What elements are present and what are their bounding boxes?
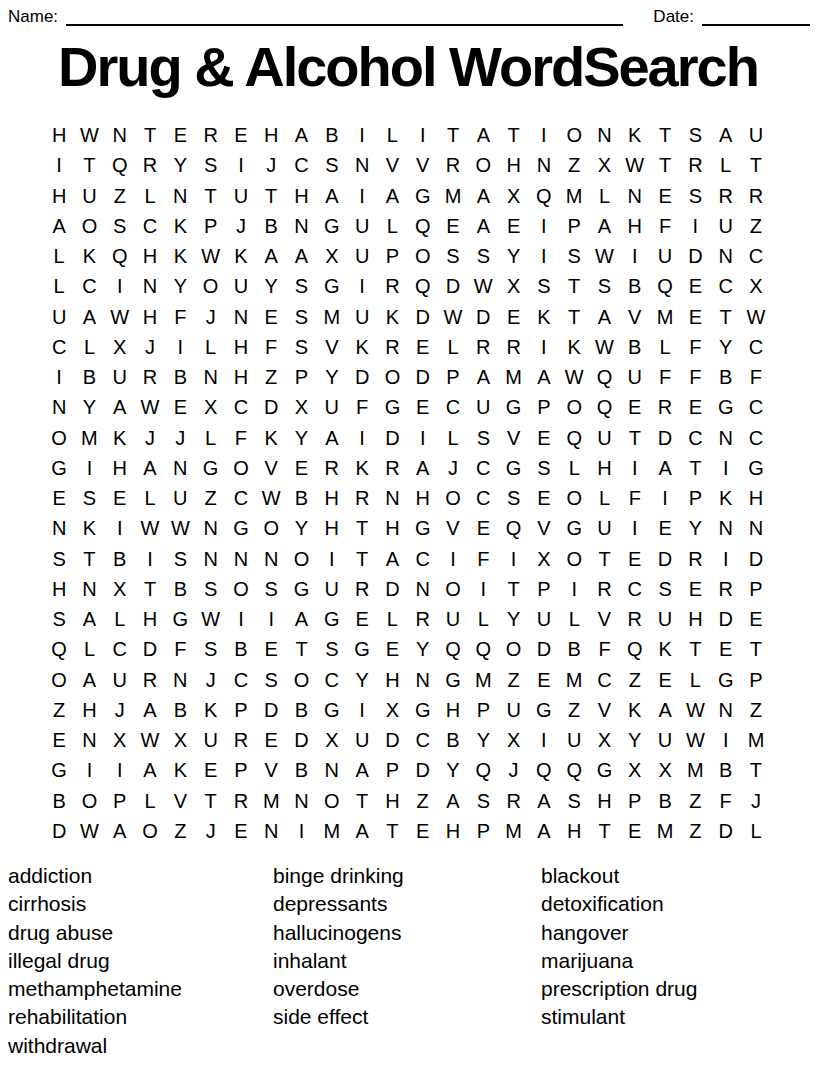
grid-cell[interactable]: U — [498, 695, 528, 725]
grid-cell[interactable]: I — [620, 513, 650, 543]
grid-cell[interactable]: T — [589, 816, 619, 846]
grid-cell[interactable]: B — [44, 786, 74, 816]
grid-cell[interactable]: B — [105, 544, 135, 574]
grid-cell[interactable]: W — [620, 150, 650, 180]
grid-cell[interactable]: U — [317, 392, 347, 422]
grid-cell[interactable]: U — [620, 362, 650, 392]
grid-cell[interactable]: X — [589, 150, 619, 180]
grid-cell[interactable]: H — [317, 483, 347, 513]
grid-cell[interactable]: T — [256, 181, 286, 211]
grid-cell[interactable]: I — [74, 755, 104, 785]
grid-cell[interactable]: Q — [620, 634, 650, 664]
grid-cell[interactable]: O — [74, 786, 104, 816]
grid-cell[interactable]: U — [347, 725, 377, 755]
grid-cell[interactable]: G — [741, 453, 771, 483]
grid-cell[interactable]: L — [195, 332, 225, 362]
grid-cell[interactable]: E — [377, 634, 407, 664]
grid-cell[interactable]: A — [74, 604, 104, 634]
grid-cell[interactable]: R — [347, 574, 377, 604]
grid-cell[interactable]: E — [256, 725, 286, 755]
grid-cell[interactable]: K — [165, 211, 195, 241]
grid-cell[interactable]: P — [226, 755, 256, 785]
grid-cell[interactable]: Y — [347, 665, 377, 695]
grid-cell[interactable]: U — [559, 725, 589, 755]
grid-cell[interactable]: O — [438, 483, 468, 513]
grid-cell[interactable]: H — [377, 786, 407, 816]
grid-cell[interactable]: O — [559, 120, 589, 150]
grid-cell[interactable]: T — [680, 453, 710, 483]
grid-cell[interactable]: S — [44, 604, 74, 634]
grid-cell[interactable]: N — [589, 120, 619, 150]
grid-cell[interactable]: N — [74, 725, 104, 755]
grid-cell[interactable]: L — [741, 816, 771, 846]
grid-cell[interactable]: W — [135, 513, 165, 543]
grid-cell[interactable]: W — [741, 302, 771, 332]
grid-cell[interactable]: Y — [74, 392, 104, 422]
grid-cell[interactable]: S — [286, 332, 316, 362]
grid-cell[interactable]: Y — [620, 725, 650, 755]
grid-cell[interactable]: W — [680, 695, 710, 725]
grid-cell[interactable]: V — [256, 453, 286, 483]
grid-cell[interactable]: J — [105, 695, 135, 725]
grid-cell[interactable]: H — [377, 665, 407, 695]
grid-cell[interactable]: S — [286, 302, 316, 332]
grid-cell[interactable]: I — [347, 181, 377, 211]
grid-cell[interactable]: S — [317, 150, 347, 180]
grid-cell[interactable]: Z — [256, 362, 286, 392]
grid-cell[interactable]: N — [256, 544, 286, 574]
grid-cell[interactable]: O — [498, 634, 528, 664]
grid-cell[interactable]: N — [135, 271, 165, 301]
grid-cell[interactable]: N — [226, 544, 256, 574]
grid-cell[interactable]: A — [468, 211, 498, 241]
grid-cell[interactable]: U — [741, 120, 771, 150]
grid-cell[interactable]: Q — [529, 755, 559, 785]
grid-cell[interactable]: F — [256, 332, 286, 362]
grid-cell[interactable]: L — [559, 453, 589, 483]
grid-cell[interactable]: H — [256, 120, 286, 150]
grid-cell[interactable]: U — [44, 302, 74, 332]
grid-cell[interactable]: R — [317, 453, 347, 483]
grid-cell[interactable]: H — [559, 816, 589, 846]
grid-cell[interactable]: C — [468, 453, 498, 483]
grid-cell[interactable]: Q — [408, 271, 438, 301]
grid-cell[interactable]: L — [559, 604, 589, 634]
grid-cell[interactable]: T — [377, 816, 407, 846]
grid-cell[interactable]: I — [105, 513, 135, 543]
grid-cell[interactable]: R — [650, 392, 680, 422]
grid-cell[interactable]: V — [165, 786, 195, 816]
grid-cell[interactable]: O — [44, 665, 74, 695]
grid-cell[interactable]: A — [317, 181, 347, 211]
grid-cell[interactable]: C — [468, 483, 498, 513]
grid-cell[interactable]: Y — [286, 513, 316, 543]
grid-cell[interactable]: Z — [741, 211, 771, 241]
grid-cell[interactable]: T — [498, 574, 528, 604]
grid-cell[interactable]: R — [498, 332, 528, 362]
grid-cell[interactable]: N — [377, 483, 407, 513]
grid-cell[interactable]: E — [195, 755, 225, 785]
grid-cell[interactable]: O — [468, 150, 498, 180]
grid-cell[interactable]: P — [529, 574, 559, 604]
grid-cell[interactable]: G — [317, 604, 347, 634]
grid-cell[interactable]: V — [498, 423, 528, 453]
grid-cell[interactable]: E — [529, 423, 559, 453]
grid-cell[interactable]: S — [74, 483, 104, 513]
grid-cell[interactable]: Y — [408, 634, 438, 664]
grid-cell[interactable]: U — [711, 211, 741, 241]
grid-cell[interactable]: G — [195, 453, 225, 483]
grid-cell[interactable]: N — [529, 150, 559, 180]
grid-cell[interactable]: I — [226, 150, 256, 180]
grid-cell[interactable]: B — [165, 362, 195, 392]
grid-cell[interactable]: A — [468, 181, 498, 211]
grid-cell[interactable]: B — [286, 483, 316, 513]
grid-cell[interactable]: X — [105, 725, 135, 755]
grid-cell[interactable]: J — [195, 665, 225, 695]
grid-cell[interactable]: H — [44, 181, 74, 211]
grid-cell[interactable]: I — [226, 604, 256, 634]
grid-cell[interactable]: J — [165, 423, 195, 453]
grid-cell[interactable]: C — [620, 574, 650, 604]
grid-cell[interactable]: G — [226, 513, 256, 543]
grid-cell[interactable]: E — [498, 302, 528, 332]
grid-cell[interactable]: X — [498, 181, 528, 211]
grid-cell[interactable]: E — [650, 665, 680, 695]
grid-cell[interactable]: B — [620, 271, 650, 301]
grid-cell[interactable]: B — [711, 755, 741, 785]
grid-cell[interactable]: E — [680, 392, 710, 422]
grid-cell[interactable]: I — [347, 271, 377, 301]
grid-cell[interactable]: J — [135, 423, 165, 453]
grid-cell[interactable]: S — [498, 483, 528, 513]
grid-cell[interactable]: U — [74, 181, 104, 211]
grid-cell[interactable]: N — [317, 755, 347, 785]
grid-cell[interactable]: T — [620, 423, 650, 453]
grid-cell[interactable]: B — [165, 695, 195, 725]
grid-cell[interactable]: X — [317, 241, 347, 271]
grid-cell[interactable]: K — [347, 453, 377, 483]
grid-cell[interactable]: S — [44, 544, 74, 574]
grid-cell[interactable]: I — [408, 423, 438, 453]
grid-cell[interactable]: A — [529, 786, 559, 816]
grid-cell[interactable]: U — [347, 211, 377, 241]
grid-cell[interactable]: E — [226, 120, 256, 150]
grid-cell[interactable]: C — [589, 665, 619, 695]
grid-cell[interactable]: C — [741, 332, 771, 362]
grid-cell[interactable]: L — [135, 181, 165, 211]
grid-cell[interactable]: W — [438, 302, 468, 332]
grid-cell[interactable]: E — [286, 453, 316, 483]
grid-cell[interactable]: A — [74, 302, 104, 332]
grid-cell[interactable]: P — [105, 786, 135, 816]
grid-cell[interactable]: W — [195, 604, 225, 634]
grid-cell[interactable]: I — [347, 120, 377, 150]
grid-cell[interactable]: J — [195, 302, 225, 332]
grid-cell[interactable]: E — [711, 634, 741, 664]
grid-cell[interactable]: T — [741, 755, 771, 785]
grid-cell[interactable]: Y — [711, 332, 741, 362]
grid-cell[interactable]: N — [620, 181, 650, 211]
grid-cell[interactable]: C — [711, 271, 741, 301]
grid-cell[interactable]: E — [680, 302, 710, 332]
grid-cell[interactable]: L — [377, 604, 407, 634]
grid-cell[interactable]: M — [559, 181, 589, 211]
grid-cell[interactable]: I — [650, 483, 680, 513]
grid-cell[interactable]: I — [256, 604, 286, 634]
grid-cell[interactable]: P — [286, 362, 316, 392]
grid-cell[interactable]: E — [468, 513, 498, 543]
grid-cell[interactable]: T — [135, 574, 165, 604]
grid-cell[interactable]: U — [650, 604, 680, 634]
grid-cell[interactable]: T — [650, 120, 680, 150]
grid-cell[interactable]: K — [256, 423, 286, 453]
grid-cell[interactable]: U — [226, 181, 256, 211]
grid-cell[interactable]: R — [589, 574, 619, 604]
grid-cell[interactable]: H — [226, 362, 256, 392]
grid-cell[interactable]: X — [529, 544, 559, 574]
grid-cell[interactable]: E — [44, 483, 74, 513]
grid-cell[interactable]: N — [711, 241, 741, 271]
grid-cell[interactable]: P — [468, 695, 498, 725]
grid-cell[interactable]: G — [377, 392, 407, 422]
grid-cell[interactable]: I — [680, 211, 710, 241]
grid-cell[interactable]: U — [529, 604, 559, 634]
grid-cell[interactable]: K — [711, 483, 741, 513]
grid-cell[interactable]: C — [741, 392, 771, 422]
grid-cell[interactable]: D — [711, 604, 741, 634]
grid-cell[interactable]: F — [650, 362, 680, 392]
grid-cell[interactable]: O — [559, 392, 589, 422]
grid-cell[interactable]: S — [195, 150, 225, 180]
grid-cell[interactable]: C — [74, 271, 104, 301]
grid-cell[interactable]: T — [741, 150, 771, 180]
grid-cell[interactable]: L — [135, 483, 165, 513]
grid-cell[interactable]: E — [408, 816, 438, 846]
grid-cell[interactable]: L — [680, 665, 710, 695]
grid-cell[interactable]: R — [226, 725, 256, 755]
grid-cell[interactable]: U — [589, 513, 619, 543]
grid-cell[interactable]: D — [438, 271, 468, 301]
grid-cell[interactable]: B — [226, 634, 256, 664]
grid-cell[interactable]: X — [498, 271, 528, 301]
grid-cell[interactable]: Z — [498, 665, 528, 695]
grid-cell[interactable]: P — [741, 574, 771, 604]
grid-cell[interactable]: G — [408, 695, 438, 725]
grid-cell[interactable]: M — [317, 302, 347, 332]
grid-cell[interactable]: Y — [165, 271, 195, 301]
grid-cell[interactable]: F — [741, 362, 771, 392]
grid-cell[interactable]: S — [529, 453, 559, 483]
grid-cell[interactable]: I — [105, 271, 135, 301]
grid-cell[interactable]: I — [347, 423, 377, 453]
grid-cell[interactable]: A — [377, 544, 407, 574]
grid-cell[interactable]: M — [256, 786, 286, 816]
grid-cell[interactable]: V — [589, 604, 619, 634]
grid-cell[interactable]: L — [44, 241, 74, 271]
grid-cell[interactable]: L — [711, 150, 741, 180]
grid-cell[interactable]: W — [105, 302, 135, 332]
grid-cell[interactable]: N — [741, 513, 771, 543]
grid-cell[interactable]: T — [286, 634, 316, 664]
grid-cell[interactable]: T — [347, 513, 377, 543]
grid-cell[interactable]: X — [741, 271, 771, 301]
grid-cell[interactable]: H — [135, 604, 165, 634]
grid-cell[interactable]: N — [195, 544, 225, 574]
grid-cell[interactable]: N — [711, 695, 741, 725]
grid-cell[interactable]: M — [438, 181, 468, 211]
grid-cell[interactable]: C — [226, 665, 256, 695]
grid-cell[interactable]: M — [498, 362, 528, 392]
grid-cell[interactable]: M — [559, 665, 589, 695]
grid-cell[interactable]: B — [286, 695, 316, 725]
grid-cell[interactable]: Q — [498, 513, 528, 543]
grid-cell[interactable]: E — [165, 392, 195, 422]
grid-cell[interactable]: G — [317, 211, 347, 241]
grid-cell[interactable]: A — [105, 392, 135, 422]
grid-cell[interactable]: R — [438, 150, 468, 180]
grid-cell[interactable]: R — [711, 181, 741, 211]
grid-cell[interactable]: Z — [741, 695, 771, 725]
grid-cell[interactable]: A — [438, 786, 468, 816]
grid-cell[interactable]: R — [468, 332, 498, 362]
grid-cell[interactable]: F — [680, 362, 710, 392]
grid-cell[interactable]: D — [711, 816, 741, 846]
grid-cell[interactable]: G — [711, 665, 741, 695]
grid-cell[interactable]: R — [135, 665, 165, 695]
grid-cell[interactable]: S — [468, 241, 498, 271]
grid-cell[interactable]: B — [74, 362, 104, 392]
grid-cell[interactable]: A — [135, 755, 165, 785]
grid-cell[interactable]: C — [135, 211, 165, 241]
grid-cell[interactable]: A — [408, 453, 438, 483]
grid-cell[interactable]: Z — [408, 786, 438, 816]
grid-cell[interactable]: I — [286, 816, 316, 846]
grid-cell[interactable]: V — [377, 150, 407, 180]
grid-cell[interactable]: M — [741, 725, 771, 755]
grid-cell[interactable]: N — [105, 120, 135, 150]
wordsearch-grid[interactable]: HWNTEREHABILITATIONKTSAUITQRYSIJCSNVVROH… — [44, 120, 771, 846]
grid-cell[interactable]: B — [650, 786, 680, 816]
grid-cell[interactable]: O — [256, 513, 286, 543]
grid-cell[interactable]: I — [559, 574, 589, 604]
grid-cell[interactable]: L — [195, 423, 225, 453]
grid-cell[interactable]: D — [377, 423, 407, 453]
grid-cell[interactable]: H — [74, 695, 104, 725]
grid-cell[interactable]: Q — [438, 634, 468, 664]
grid-cell[interactable]: E — [529, 665, 559, 695]
grid-cell[interactable]: O — [286, 544, 316, 574]
grid-cell[interactable]: A — [650, 453, 680, 483]
grid-cell[interactable]: G — [408, 513, 438, 543]
grid-cell[interactable]: S — [559, 241, 589, 271]
grid-cell[interactable]: O — [135, 816, 165, 846]
grid-cell[interactable]: A — [589, 211, 619, 241]
grid-cell[interactable]: F — [620, 483, 650, 513]
grid-cell[interactable]: D — [529, 634, 559, 664]
grid-cell[interactable]: V — [317, 332, 347, 362]
grid-cell[interactable]: A — [711, 120, 741, 150]
grid-cell[interactable]: N — [165, 181, 195, 211]
grid-cell[interactable]: U — [347, 241, 377, 271]
grid-cell[interactable]: B — [286, 755, 316, 785]
grid-cell[interactable]: F — [589, 634, 619, 664]
grid-cell[interactable]: D — [408, 362, 438, 392]
grid-cell[interactable]: A — [589, 302, 619, 332]
grid-cell[interactable]: I — [408, 120, 438, 150]
grid-cell[interactable]: H — [286, 181, 316, 211]
grid-cell[interactable]: R — [741, 181, 771, 211]
grid-cell[interactable]: I — [74, 453, 104, 483]
grid-cell[interactable]: L — [44, 271, 74, 301]
grid-cell[interactable]: C — [741, 241, 771, 271]
grid-cell[interactable]: J — [135, 332, 165, 362]
grid-cell[interactable]: R — [377, 271, 407, 301]
grid-cell[interactable]: G — [589, 755, 619, 785]
grid-cell[interactable]: E — [680, 271, 710, 301]
grid-cell[interactable]: Q — [468, 634, 498, 664]
grid-cell[interactable]: E — [347, 604, 377, 634]
grid-cell[interactable]: A — [317, 423, 347, 453]
grid-cell[interactable]: D — [650, 544, 680, 574]
grid-cell[interactable]: F — [165, 634, 195, 664]
grid-cell[interactable]: U — [650, 725, 680, 755]
grid-cell[interactable]: U — [650, 241, 680, 271]
grid-cell[interactable]: T — [195, 786, 225, 816]
grid-cell[interactable]: H — [438, 816, 468, 846]
grid-cell[interactable]: F — [680, 332, 710, 362]
grid-cell[interactable]: S — [256, 665, 286, 695]
grid-cell[interactable]: A — [529, 816, 559, 846]
grid-cell[interactable]: L — [377, 211, 407, 241]
grid-cell[interactable]: R — [680, 150, 710, 180]
grid-cell[interactable]: S — [468, 786, 498, 816]
grid-cell[interactable]: Y — [498, 604, 528, 634]
grid-cell[interactable]: G — [286, 574, 316, 604]
grid-cell[interactable]: G — [317, 271, 347, 301]
grid-cell[interactable]: C — [286, 150, 316, 180]
grid-cell[interactable]: Q — [589, 362, 619, 392]
grid-cell[interactable]: R — [195, 120, 225, 150]
grid-cell[interactable]: X — [195, 392, 225, 422]
grid-cell[interactable]: R — [711, 574, 741, 604]
grid-cell[interactable]: R — [347, 483, 377, 513]
grid-cell[interactable]: X — [286, 392, 316, 422]
grid-cell[interactable]: N — [165, 453, 195, 483]
grid-cell[interactable]: A — [377, 181, 407, 211]
grid-cell[interactable]: Z — [620, 665, 650, 695]
grid-cell[interactable]: W — [256, 483, 286, 513]
grid-cell[interactable]: R — [135, 150, 165, 180]
grid-cell[interactable]: N — [44, 392, 74, 422]
grid-cell[interactable]: C — [438, 392, 468, 422]
grid-cell[interactable]: Z — [559, 695, 589, 725]
grid-cell[interactable]: I — [711, 544, 741, 574]
grid-cell[interactable]: O — [195, 271, 225, 301]
grid-cell[interactable]: M — [468, 665, 498, 695]
grid-cell[interactable]: N — [711, 423, 741, 453]
grid-cell[interactable]: E — [256, 634, 286, 664]
grid-cell[interactable]: S — [680, 120, 710, 150]
grid-cell[interactable]: P — [377, 755, 407, 785]
grid-cell[interactable]: H — [680, 604, 710, 634]
grid-cell[interactable]: H — [226, 332, 256, 362]
grid-cell[interactable]: E — [620, 544, 650, 574]
grid-cell[interactable]: H — [135, 302, 165, 332]
grid-cell[interactable]: W — [135, 392, 165, 422]
grid-cell[interactable]: G — [498, 392, 528, 422]
grid-cell[interactable]: I — [44, 150, 74, 180]
